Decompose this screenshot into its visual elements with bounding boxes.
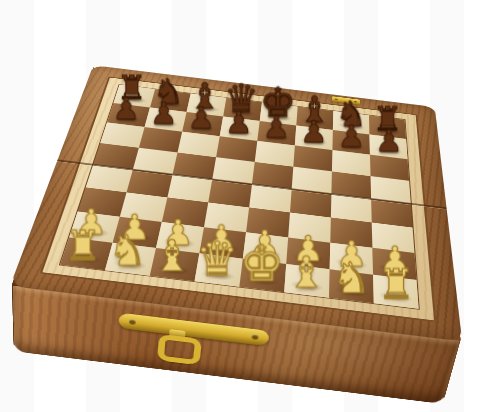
square-b7: ♟ bbox=[145, 108, 187, 132]
square-e6 bbox=[255, 141, 295, 167]
white-bishop: ♝ bbox=[287, 251, 325, 294]
black-pawn: ♟ bbox=[187, 103, 214, 133]
black-pawn: ♟ bbox=[225, 108, 252, 138]
black-pawn: ♟ bbox=[338, 122, 365, 152]
square-e5 bbox=[252, 162, 293, 189]
square-d1: ♛ bbox=[195, 253, 243, 286]
white-rook: ♜ bbox=[65, 226, 101, 267]
square-g4 bbox=[331, 194, 372, 223]
square-g1: ♞ bbox=[329, 269, 374, 303]
black-pawn: ♟ bbox=[263, 112, 290, 142]
board-border-strip: ♜♞♝♛♚♝♞♜♟♟♟♟♟♟♟♟♟♟♟♟♟♟♟♟♜♞♝♛♚♝♞♜ bbox=[40, 76, 437, 322]
square-e1: ♚ bbox=[239, 259, 286, 293]
square-c5 bbox=[173, 152, 217, 179]
square-h1: ♜ bbox=[373, 275, 419, 309]
white-queen: ♛ bbox=[196, 236, 238, 283]
black-pawn: ♟ bbox=[300, 117, 327, 147]
black-pawn: ♟ bbox=[112, 94, 139, 124]
black-pawn: ♟ bbox=[375, 126, 402, 156]
square-c6 bbox=[178, 132, 220, 157]
square-b6 bbox=[139, 127, 182, 152]
white-bishop: ♝ bbox=[153, 235, 191, 278]
white-knight: ♞ bbox=[108, 229, 146, 272]
brass-latch bbox=[117, 312, 270, 372]
white-rook: ♜ bbox=[378, 265, 414, 306]
latch-screw-left bbox=[129, 319, 136, 325]
square-c1: ♝ bbox=[150, 248, 200, 281]
square-h5 bbox=[371, 176, 411, 203]
latch-hook bbox=[158, 327, 199, 358]
square-a6 bbox=[100, 122, 144, 147]
square-f4 bbox=[290, 189, 331, 218]
square-g6 bbox=[332, 150, 371, 176]
white-knight: ♞ bbox=[332, 257, 370, 300]
square-d4 bbox=[208, 179, 252, 207]
chess-board: ♜♞♝♛♚♝♞♜♟♟♟♟♟♟♟♟♟♟♟♟♟♟♟♟♜♞♝♛♚♝♞♜ bbox=[59, 84, 420, 310]
square-a1: ♜ bbox=[60, 237, 112, 270]
square-g5 bbox=[331, 171, 371, 198]
square-c4 bbox=[167, 174, 212, 202]
photo-scene: ♜♞♝♛♚♝♞♜♟♟♟♟♟♟♟♟♟♟♟♟♟♟♟♟♜♞♝♛♚♝♞♜ bbox=[0, 0, 500, 412]
chess-box: ♜♞♝♛♚♝♞♜♟♟♟♟♟♟♟♟♟♟♟♟♟♟♟♟♜♞♝♛♚♝♞♜ bbox=[10, 65, 462, 341]
latch-hook-ring bbox=[157, 333, 202, 365]
square-b5 bbox=[133, 148, 178, 175]
square-a4 bbox=[86, 165, 133, 193]
square-a5 bbox=[93, 143, 139, 169]
square-f6 bbox=[293, 146, 332, 172]
black-pawn: ♟ bbox=[150, 99, 177, 129]
square-h6 bbox=[370, 155, 409, 181]
square-f5 bbox=[292, 167, 332, 194]
square-b1: ♞ bbox=[105, 243, 156, 276]
square-f1: ♝ bbox=[284, 264, 329, 298]
white-king: ♚ bbox=[240, 239, 284, 289]
